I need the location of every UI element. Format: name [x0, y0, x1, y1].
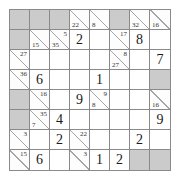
answer-digit: 6 [36, 73, 43, 87]
cell-r6c7[interactable] [130, 110, 150, 130]
cell-r1c3 [50, 10, 70, 30]
across-clue: 36 [20, 70, 27, 78]
answer-digit: 2 [56, 133, 63, 147]
cell-r2c2: 15 [30, 30, 50, 50]
answer-digit: 1 [96, 153, 103, 167]
cell-r3c5[interactable] [90, 50, 110, 70]
cell-r8c1: 15 [10, 150, 30, 170]
cell-r8c5[interactable]: 1 [90, 150, 110, 170]
cell-r8c4: 3 [70, 150, 90, 170]
cell-r6c6[interactable] [110, 110, 130, 130]
cell-r5c3[interactable] [50, 90, 70, 110]
cell-r7c3[interactable]: 2 [50, 130, 70, 150]
cell-r5c4[interactable]: 9 [70, 90, 90, 110]
down-clue: 8 [92, 101, 96, 109]
cell-r4c2[interactable]: 6 [30, 70, 50, 90]
cell-r2c1 [10, 30, 30, 50]
across-clue: 15 [20, 150, 27, 158]
cell-r1c2 [30, 10, 50, 30]
cell-r6c4[interactable] [70, 110, 90, 130]
down-clue: 15 [32, 41, 39, 49]
cell-r7c6[interactable] [110, 130, 130, 150]
across-clue: 3 [84, 150, 88, 158]
across-clue: 16 [40, 90, 47, 98]
cell-r8c3[interactable] [50, 150, 70, 170]
down-clue: 22 [72, 21, 79, 29]
cell-r8c7 [130, 150, 150, 170]
cell-r5c8: 16 [150, 90, 170, 110]
cell-r3c3[interactable] [50, 50, 70, 70]
cell-r8c6[interactable]: 2 [110, 150, 130, 170]
across-clue: 8 [124, 50, 128, 58]
down-clue: 16 [152, 101, 159, 109]
cell-r2c8[interactable] [150, 30, 170, 50]
cell-r7c1: 3 [10, 130, 30, 150]
cell-r6c1 [10, 110, 30, 130]
across-clue: 3 [24, 130, 28, 138]
answer-digit: 2 [116, 153, 123, 167]
cell-r1c4: 22 [70, 10, 90, 30]
cell-r8c8 [150, 150, 170, 170]
down-clue: 16 [152, 21, 159, 29]
cell-r4c7[interactable] [130, 70, 150, 90]
answer-digit: 2 [136, 133, 143, 147]
across-clue: 9 [104, 90, 108, 98]
down-clue: 8 [92, 21, 96, 29]
cell-r4c1: 36 [10, 70, 30, 90]
cell-r1c7: 32 [130, 10, 150, 30]
answer-digit: 4 [56, 113, 63, 127]
cell-r2c6: 17 [110, 30, 130, 50]
answer-digit: 9 [157, 113, 164, 127]
down-clue: 7 [32, 121, 36, 129]
answer-digit: 7 [157, 53, 164, 67]
cell-r3c1: 27 [10, 50, 30, 70]
cell-r1c8: 16 [150, 10, 170, 30]
cell-r1c1 [10, 10, 30, 30]
cell-r6c3[interactable]: 4 [50, 110, 70, 130]
cell-r2c7[interactable]: 8 [130, 30, 150, 50]
cell-r2c3: 535 [50, 30, 70, 50]
cell-r7c2[interactable] [30, 130, 50, 150]
cell-r5c5: 98 [90, 90, 110, 110]
cell-r2c5[interactable] [90, 30, 110, 50]
cell-r5c2: 16 [30, 90, 50, 110]
down-clue: 27 [112, 61, 119, 69]
cell-r6c2: 357 [30, 110, 50, 130]
cell-r4c8 [150, 70, 170, 90]
across-clue: 35 [40, 110, 47, 118]
cell-r3c8[interactable]: 7 [150, 50, 170, 70]
cell-r7c8[interactable] [150, 130, 170, 150]
down-clue: 32 [132, 21, 139, 29]
cell-r7c4: 22 [70, 130, 90, 150]
cell-r5c6[interactable] [110, 90, 130, 110]
kakuro-board: 2283216155352178278277366116998163574932… [9, 9, 171, 171]
cell-r3c7[interactable] [130, 50, 150, 70]
answer-digit: 9 [76, 93, 83, 107]
cell-r3c6: 827 [110, 50, 130, 70]
cell-r4c4[interactable] [70, 70, 90, 90]
answer-digit: 6 [36, 153, 43, 167]
cell-r1c5: 8 [90, 10, 110, 30]
answer-digit: 1 [96, 73, 103, 87]
cell-r6c5[interactable] [90, 110, 110, 130]
cell-r4c5[interactable]: 1 [90, 70, 110, 90]
cell-r3c2[interactable] [30, 50, 50, 70]
down-clue: 35 [52, 41, 59, 49]
cell-r3c4[interactable] [70, 50, 90, 70]
cell-r5c1 [10, 90, 30, 110]
answer-digit: 2 [76, 33, 83, 47]
across-clue: 27 [20, 50, 27, 58]
cell-r4c3[interactable] [50, 70, 70, 90]
cell-r6c8[interactable]: 9 [150, 110, 170, 130]
cell-r8c2[interactable]: 6 [30, 150, 50, 170]
across-clue: 5 [64, 30, 68, 38]
cell-r5c7[interactable] [130, 90, 150, 110]
cell-r1c6 [110, 10, 130, 30]
across-clue: 17 [120, 30, 127, 38]
answer-digit: 8 [136, 33, 143, 47]
cell-r7c5[interactable] [90, 130, 110, 150]
cell-r4c6[interactable] [110, 70, 130, 90]
across-clue: 22 [80, 130, 87, 138]
cell-r7c7[interactable]: 2 [130, 130, 150, 150]
cell-r2c4[interactable]: 2 [70, 30, 90, 50]
